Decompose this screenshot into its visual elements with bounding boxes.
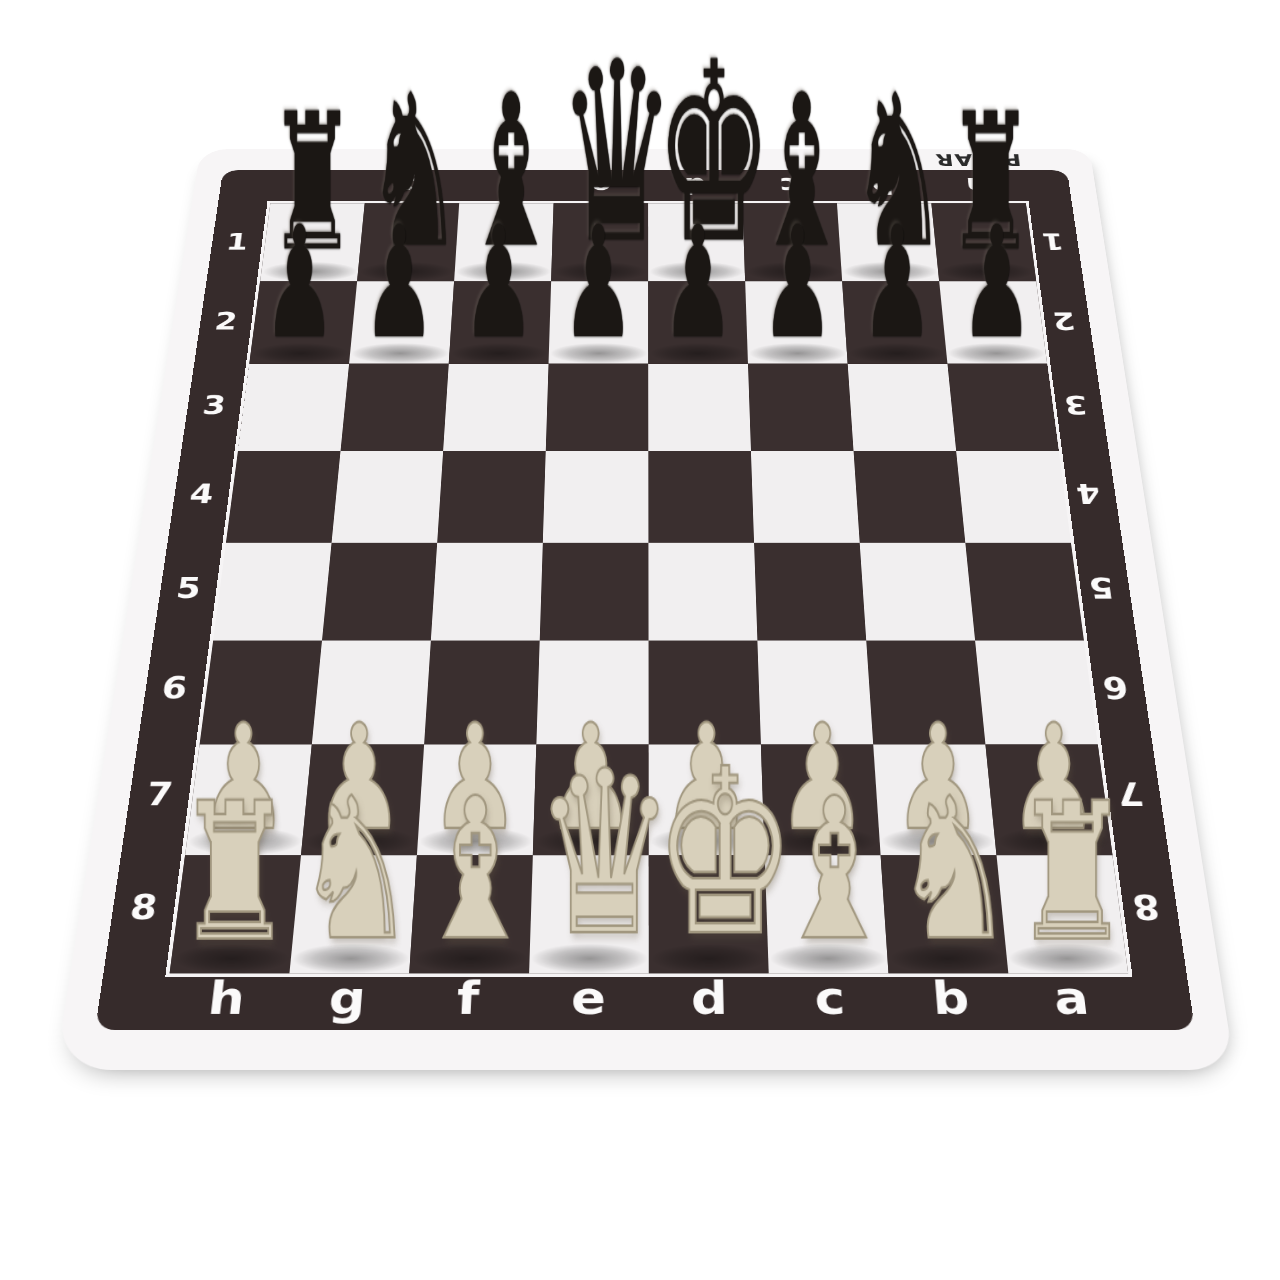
file-top-label-a: a [928,170,1025,201]
black-pawn-piece: ♟ [257,205,342,360]
square-c4 [751,451,860,543]
rank-right-label-3: 3 [1044,362,1109,448]
square-g8: ♞ [289,855,416,973]
square-g2: ♟ [349,281,454,363]
square-c5 [754,543,866,641]
square-g4 [332,451,444,543]
square-g5 [322,543,437,641]
square-b4 [854,451,966,543]
square-b8: ♞ [881,855,1009,973]
square-e5 [540,543,649,641]
file-top-label-d: d [648,170,742,201]
file-bottom-label-h: h [162,970,290,1030]
square-f5 [431,543,543,641]
black-pawn-piece: ♟ [556,205,641,360]
square-e3 [546,364,649,451]
file-top-label-g: g [365,170,461,201]
photo-scene: PIHAR hgfedcba hgfedcba 12345678 1234567… [0,0,1280,1280]
square-a4 [956,451,1071,543]
file-top-label-c: c [741,170,836,201]
square-d3 [648,364,751,451]
square-f2: ♟ [449,281,551,363]
rank-right-label-2: 2 [1033,281,1096,363]
black-pawn-piece: ♟ [357,205,442,360]
square-e4 [543,451,649,543]
square-f4 [437,451,546,543]
square-b2: ♟ [842,281,947,363]
square-e2: ♟ [549,281,649,363]
file-bottom-label-a: a [1008,970,1136,1030]
square-h8: ♜ [170,855,301,973]
square-h5 [213,543,331,641]
file-top-label-f: f [459,170,554,201]
square-h4 [226,451,341,543]
square-d2: ♟ [648,281,748,363]
square-g3 [341,364,449,451]
white-bishop-piece: ♝ [414,773,524,968]
file-bottom-label-c: c [769,970,893,1030]
square-c2: ♟ [745,281,848,363]
square-e8: ♛ [529,855,649,973]
board-frame: hgfedcba hgfedcba 12345678 12345678 ♜♞♝♛… [95,170,1195,1030]
rank-right-label-5: 5 [1067,540,1136,637]
rank-right-label-1: 1 [1023,203,1084,280]
white-knight-piece: ♞ [893,773,1003,968]
file-bottom-label-g: g [284,970,410,1030]
file-top-label-h: h [271,170,368,201]
black-pawn-piece: ♟ [855,205,940,360]
square-a2: ♟ [939,281,1047,363]
white-knight-piece: ♞ [295,773,405,968]
black-pawn-piece: ♟ [457,205,542,360]
file-labels-bottom: hgfedcba [162,970,1135,1030]
square-d8: ♚ [649,855,769,973]
white-rook-piece: ♜ [175,778,285,968]
board-squares: ♜♞♝♛♚♝♞♜♟♟♟♟♟♟♟♟♟♟♟♟♟♟♟♟♜♞♝♛♚♝♞♜ [165,201,1132,977]
rank-right-label-6: 6 [1080,637,1152,740]
square-c8: ♝ [765,855,889,973]
square-a3 [947,364,1058,451]
square-a8: ♜ [997,855,1129,973]
square-c3 [748,364,854,451]
white-king-piece: ♚ [654,740,764,969]
file-top-label-e: e [554,170,648,201]
white-queen-piece: ♛ [534,742,644,968]
square-d4 [648,451,754,543]
rank-right-label-4: 4 [1055,449,1122,540]
square-f3 [443,364,548,451]
file-labels-top: hgfedcba [271,170,1026,201]
square-h3 [238,364,349,451]
file-top-label-b: b [835,170,931,201]
black-pawn-piece: ♟ [755,205,840,360]
square-h2: ♟ [249,281,357,363]
file-bottom-label-e: e [527,970,649,1030]
chess-mat: PIHAR hgfedcba hgfedcba 12345678 1234567… [55,149,1235,1070]
square-f8: ♝ [409,855,533,973]
file-bottom-label-b: b [888,970,1014,1030]
black-pawn-piece: ♟ [656,205,741,360]
square-b5 [860,543,975,641]
square-b3 [848,364,956,451]
white-bishop-piece: ♝ [773,773,883,968]
square-a5 [965,543,1084,641]
file-bottom-label-d: d [649,970,771,1030]
file-bottom-label-f: f [406,970,530,1030]
square-d5 [648,543,757,641]
